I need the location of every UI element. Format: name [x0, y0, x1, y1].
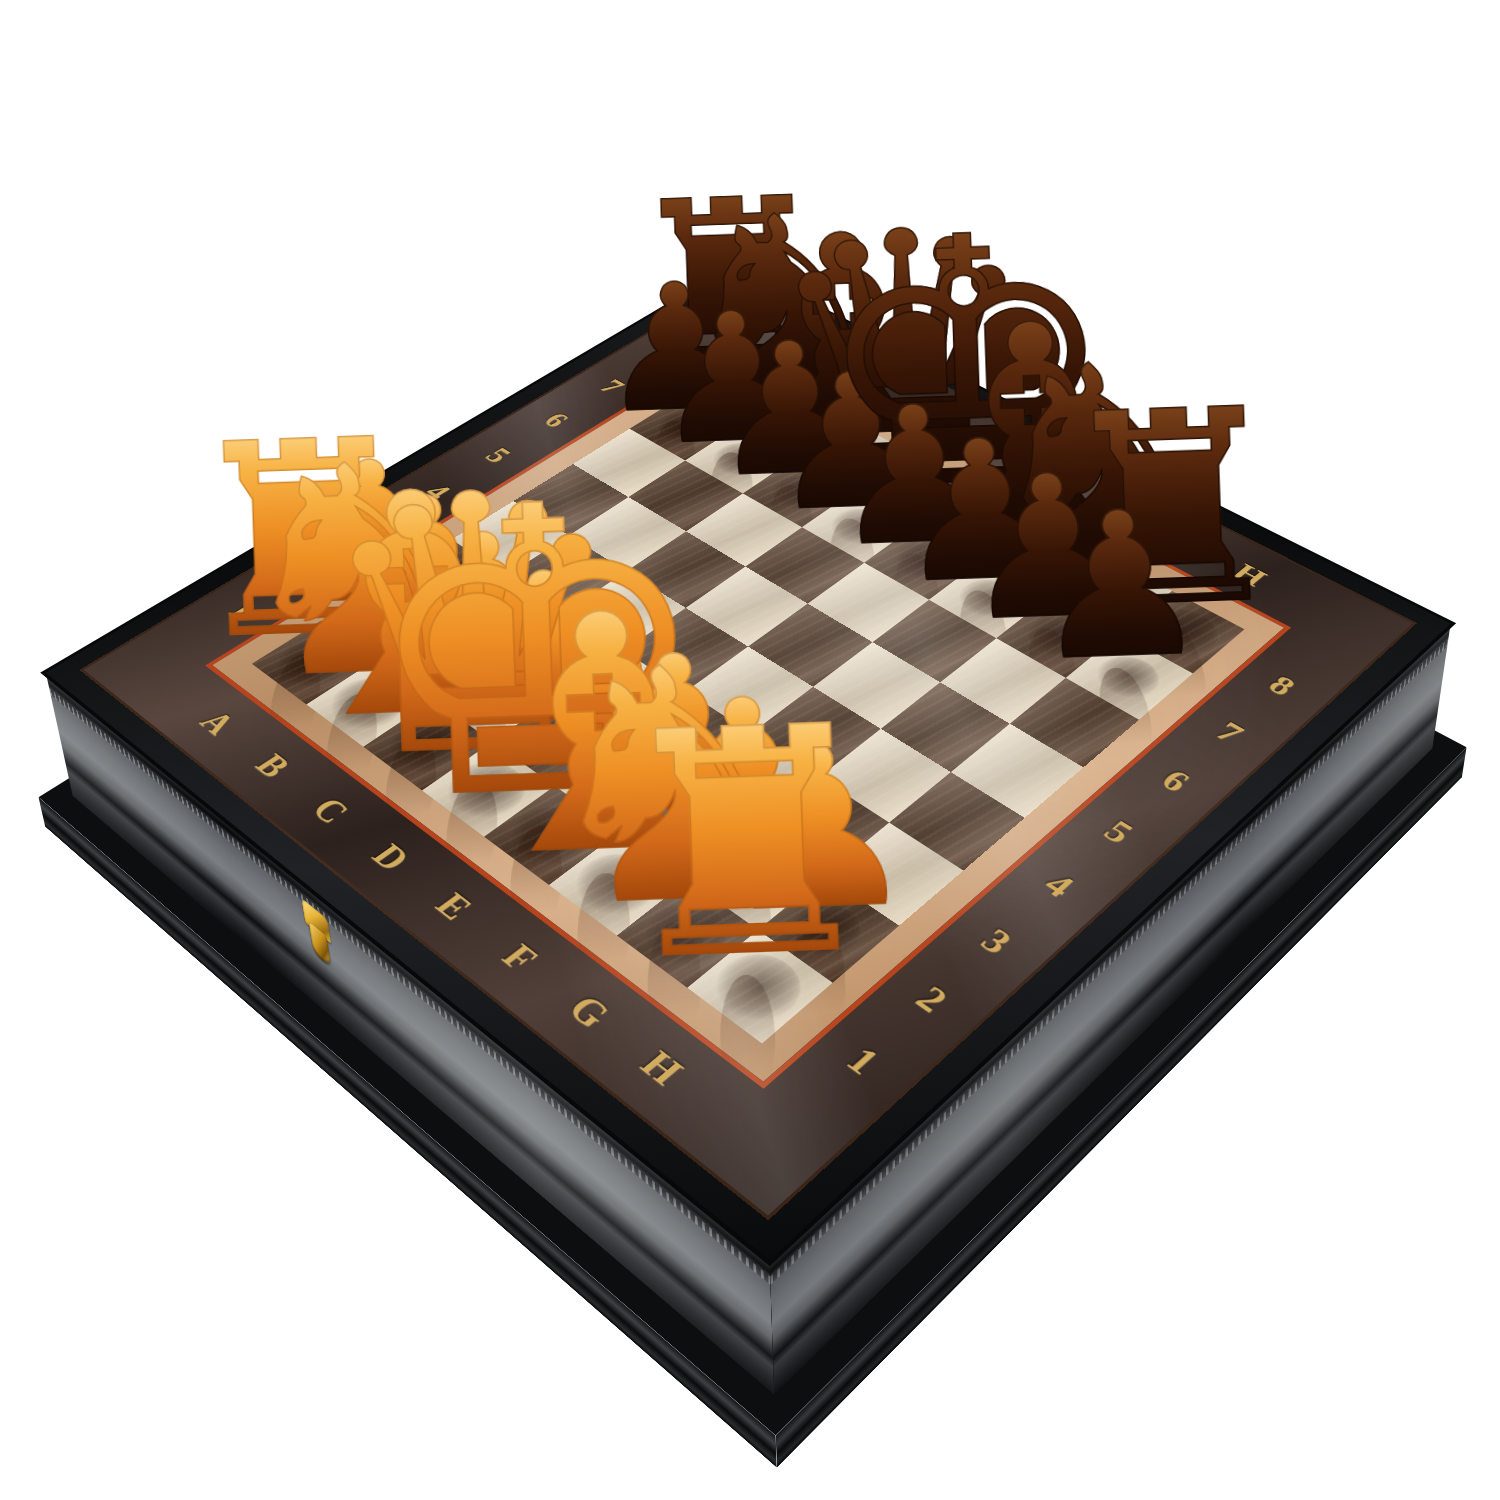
rank-label-right-1: 1	[837, 1039, 889, 1083]
rank-label-right-5: 5	[1096, 814, 1142, 850]
white-rook[interactable]: ♜	[484, 689, 1009, 1002]
product-photo-scene: ♜♞♝♛♚♝♞♜♟♟♟♟♟♟♟♟♟♟♟♟♟♟♟♟♜♞♝♛♚♝♞♜ AABBCCD…	[0, 0, 1500, 1500]
file-label-near-H: H	[631, 1042, 694, 1093]
black-pawn[interactable]: ♟	[892, 483, 1349, 688]
camera-tilt: ♜♞♝♛♚♝♞♜♟♟♟♟♟♟♟♟♟♟♟♟♟♟♟♟♜♞♝♛♚♝♞♜ AABBCCD…	[0, 0, 1500, 1500]
rank-label-right-7: 7	[1208, 715, 1251, 748]
perspective-stage: ♜♞♝♛♚♝♞♜♟♟♟♟♟♟♟♟♟♟♟♟♟♟♟♟♜♞♝♛♚♝♞♜ AABBCCD…	[0, 0, 1500, 1500]
rank-label-right-6: 6	[1153, 763, 1198, 798]
